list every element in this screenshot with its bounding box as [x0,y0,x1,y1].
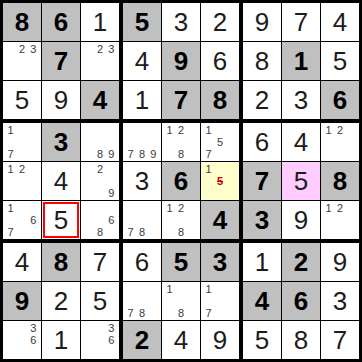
candidate-digit: 7 [125,307,136,319]
candidate-digit: 9 [106,187,117,199]
given-digit: 7 [54,48,68,74]
candidates: 17 [201,282,239,320]
cell-r2c3[interactable]: 23 [81,42,123,81]
cell-r7c7[interactable]: 1 [243,243,282,282]
given-digit: 2 [294,249,308,275]
cell-r9c2[interactable]: 1 [42,321,81,359]
given-digit: 8 [213,87,227,113]
placed-digit: 2 [54,288,68,314]
cell-r6c1[interactable]: 167 [3,201,42,243]
given-digit: 4 [255,288,269,314]
cell-r4c6[interactable]: 157 [201,123,243,162]
candidate-digit: 7 [5,148,16,160]
candidates: 36 [3,321,41,359]
cell-r9c8[interactable]: 8 [282,321,321,359]
cell-r2c7[interactable]: 8 [243,42,282,81]
candidate-digit: 2 [334,124,345,136]
placed-digit: 9 [213,327,227,353]
cell-r3c9[interactable]: 6 [321,81,359,123]
cell-r1c7[interactable]: 9 [243,3,282,42]
candidates: 23 [3,42,41,80]
candidates: 78 [123,201,161,239]
candidates: 128 [162,123,200,161]
given-digit: 6 [54,9,68,35]
given-digit: 3 [54,129,68,155]
cell-r4c3[interactable]: 89 [81,123,123,162]
cell-r8c1[interactable]: 9 [3,282,42,321]
cell-r9c6[interactable]: 9 [201,321,243,359]
candidate-digit: 1 [5,124,16,136]
candidates: 167 [3,201,41,239]
cell-r8c2[interactable]: 2 [42,282,81,321]
given-digit: 6 [333,87,347,113]
cell-r8c7[interactable]: 4 [243,282,282,321]
cell-r2c4[interactable]: 4 [123,42,162,81]
candidate-digit: 1 [164,202,175,214]
cell-r9c4[interactable]: 2 [123,321,162,359]
candidate-digit: 8 [175,307,186,319]
candidate-digit: 6 [28,214,39,226]
placed-digit: 4 [54,168,68,194]
candidate-digit: 1 [5,163,16,175]
placed-digit: 4 [135,48,149,74]
candidate-digit: 3 [28,43,39,55]
candidate-digit: 8 [175,226,186,238]
candidates: 18 [162,282,200,320]
cell-r3c5[interactable]: 7 [162,81,201,123]
cell-r6c2[interactable]: 5 [42,201,81,243]
given-digit: 3 [213,249,227,275]
cell-r2c5[interactable]: 9 [162,42,201,81]
given-digit: 6 [294,288,308,314]
candidate-digit: 7 [125,226,136,238]
candidate-digit: 2 [175,202,186,214]
candidates: 789 [123,123,161,161]
given-digit: 3 [255,207,269,233]
placed-digit: 5 [15,87,29,113]
candidate-digit: 1 [164,283,175,295]
cell-r4c9[interactable]: 12 [321,123,359,162]
cell-r6c9[interactable]: 12 [321,201,359,243]
cell-r6c3[interactable]: 68 [81,201,123,243]
cell-r8c6[interactable]: 17 [201,282,243,321]
cell-r2c1[interactable]: 23 [3,42,42,81]
cell-r1c9[interactable]: 4 [321,3,359,42]
candidates: 12 [321,123,359,161]
placed-digit: 1 [255,249,269,275]
given-digit: 6 [174,168,188,194]
candidates: 17 [3,123,41,161]
given-digit: 8 [54,249,68,275]
placed-digit: 7 [294,9,308,35]
candidate-digit: 1 [203,283,214,295]
cell-r4c5[interactable]: 128 [162,123,201,162]
candidate-digit: 3 [106,43,117,55]
candidate-digit: 7 [203,307,214,319]
cell-r7c4[interactable]: 6 [123,243,162,282]
candidates: 23 [81,42,119,80]
candidates: 78 [123,282,161,320]
cell-r5c3[interactable]: 29 [81,162,123,201]
placed-digit: 6 [213,48,227,74]
candidate-digit: 1 [323,202,334,214]
candidate-digit: 1 [164,124,175,136]
cell-r1c3[interactable]: 1 [81,3,123,42]
placed-digit: 3 [294,87,308,113]
placed-digit: 5 [294,168,308,194]
candidate-digit: 7 [203,148,214,160]
candidate-digit: 2 [175,124,186,136]
cell-r3c2[interactable]: 9 [42,81,81,123]
placed-digit: 2 [213,9,227,35]
cell-r9c5[interactable]: 4 [162,321,201,359]
cell-r7c1[interactable]: 4 [3,243,42,282]
candidate-digit: 6 [106,334,117,346]
cell-r4c7[interactable]: 6 [243,123,282,162]
given-digit: 7 [255,168,269,194]
placed-digit: 6 [255,129,269,155]
candidate-digit: 3 [28,322,39,334]
cell-r1c2[interactable]: 6 [42,3,81,42]
placed-digit: 2 [255,87,269,113]
cell-r6c6[interactable]: 4 [201,201,243,243]
cell-r6c5[interactable]: 128 [162,201,201,243]
cell-r7c5[interactable]: 5 [162,243,201,282]
candidate-digit: 3 [106,322,117,334]
cell-r6c7[interactable]: 3 [243,201,282,243]
cell-r5c4[interactable]: 3 [123,162,162,201]
eliminated-candidate: 5 [214,175,225,187]
given-digit: 9 [15,288,29,314]
placed-digit: 5 [54,207,68,233]
cell-r1c6[interactable]: 2 [201,3,243,42]
candidates: 15 [201,162,239,200]
candidates: 157 [201,123,239,161]
given-digit: 5 [135,9,149,35]
placed-digit: 8 [255,48,269,74]
candidate-digit: 2 [94,163,105,175]
candidate-digit: 1 [203,163,214,175]
placed-digit: 7 [333,327,347,353]
placed-digit: 9 [333,249,347,275]
cell-r4c8[interactable]: 4 [282,123,321,162]
placed-digit: 9 [294,207,308,233]
placed-digit: 5 [333,48,347,74]
cell-r3c4[interactable]: 1 [123,81,162,123]
given-digit: 2 [135,327,149,353]
cell-r9c9[interactable]: 7 [321,321,359,359]
given-digit: 8 [15,9,29,35]
candidate-digit: 8 [136,148,147,160]
placed-digit: 5 [93,288,107,314]
cell-r4c1[interactable]: 17 [3,123,42,162]
cell-r8c8[interactable]: 6 [282,282,321,321]
placed-digit: 4 [15,249,29,275]
cell-r5c5[interactable]: 6 [162,162,201,201]
cell-r2c8[interactable]: 1 [282,42,321,81]
cell-r4c4[interactable]: 789 [123,123,162,162]
given-digit: 9 [174,48,188,74]
given-digit: 7 [174,87,188,113]
cell-r5c2[interactable]: 4 [42,162,81,201]
cell-r7c6[interactable]: 3 [201,243,243,282]
cell-r9c3[interactable]: 36 [81,321,123,359]
candidate-digit: 8 [94,148,105,160]
cell-r2c2[interactable]: 7 [42,42,81,81]
candidate-digit: 2 [334,202,345,214]
cell-r5c7[interactable]: 7 [243,162,282,201]
placed-digit: 4 [294,129,308,155]
candidate-digit: 6 [106,214,117,226]
candidate-digit: 1 [203,124,214,136]
placed-digit: 1 [93,9,107,35]
placed-digit: 8 [294,327,308,353]
cell-r3c3[interactable]: 4 [81,81,123,123]
cell-r7c9[interactable]: 9 [321,243,359,282]
candidate-digit: 2 [16,43,27,55]
cell-r6c4[interactable]: 78 [123,201,162,243]
cell-r7c8[interactable]: 2 [282,243,321,282]
candidates: 36 [81,321,119,359]
placed-digit: 4 [174,327,188,353]
cell-r2c6[interactable]: 6 [201,42,243,81]
candidate-digit: 1 [323,124,334,136]
placed-digit: 5 [255,327,269,353]
candidate-digit: 8 [136,307,147,319]
cell-r1c8[interactable]: 7 [282,3,321,42]
placed-digit: 1 [54,327,68,353]
given-digit: 8 [333,168,347,194]
candidate-digit: 8 [94,226,105,238]
placed-digit: 3 [174,9,188,35]
placed-digit: 1 [135,87,149,113]
cell-r8c5[interactable]: 18 [162,282,201,321]
cell-r8c3[interactable]: 5 [81,282,123,321]
candidate-digit: 7 [5,226,16,238]
placed-digit: 3 [135,168,149,194]
placed-digit: 4 [333,9,347,35]
cell-r7c3[interactable]: 7 [81,243,123,282]
cell-r4c2[interactable]: 3 [42,123,81,162]
cell-r5c6[interactable]: 15 [201,162,243,201]
candidate-digit: 2 [94,43,105,55]
candidate-digit: 8 [175,148,186,160]
candidates: 68 [81,201,119,239]
placed-digit: 6 [135,249,149,275]
cell-r1c1[interactable]: 8 [3,3,42,42]
given-digit: 5 [174,249,188,275]
sudoku-board: 8615329742372349681559417823617389789128… [0,0,362,362]
candidate-digit: 7 [125,148,136,160]
cell-r3c1[interactable]: 5 [3,81,42,123]
cell-r3c6[interactable]: 8 [201,81,243,123]
candidates: 89 [81,123,119,161]
candidates: 29 [81,162,119,200]
candidate-digit: 2 [16,163,27,175]
placed-digit: 9 [54,87,68,113]
cell-r8c9[interactable]: 3 [321,282,359,321]
cell-r5c1[interactable]: 12 [3,162,42,201]
candidate-digit: 9 [148,148,159,160]
cell-r1c4[interactable]: 5 [123,3,162,42]
cell-r9c7[interactable]: 5 [243,321,282,359]
candidates: 128 [162,201,200,239]
candidate-digit: 9 [106,148,117,160]
cell-r7c2[interactable]: 8 [42,243,81,282]
candidates: 12 [3,162,41,200]
candidates: 12 [321,201,359,239]
given-digit: 4 [93,87,107,113]
cell-r3c8[interactable]: 3 [282,81,321,123]
cell-r8c4[interactable]: 78 [123,282,162,321]
candidate-digit: 1 [5,202,16,214]
candidate-digit: 5 [214,136,225,148]
cell-r5c8[interactable]: 5 [282,162,321,201]
cell-r1c5[interactable]: 3 [162,3,201,42]
placed-digit: 9 [255,9,269,35]
cell-r2c9[interactable]: 5 [321,42,359,81]
placed-digit: 7 [93,249,107,275]
candidate-digit: 8 [136,226,147,238]
cell-r9c1[interactable]: 36 [3,321,42,359]
cell-r5c9[interactable]: 8 [321,162,359,201]
cell-r6c8[interactable]: 9 [282,201,321,243]
placed-digit: 3 [333,288,347,314]
cell-r3c7[interactable]: 2 [243,81,282,123]
given-digit: 4 [213,207,227,233]
candidate-digit: 6 [28,334,39,346]
given-digit: 1 [294,48,308,74]
